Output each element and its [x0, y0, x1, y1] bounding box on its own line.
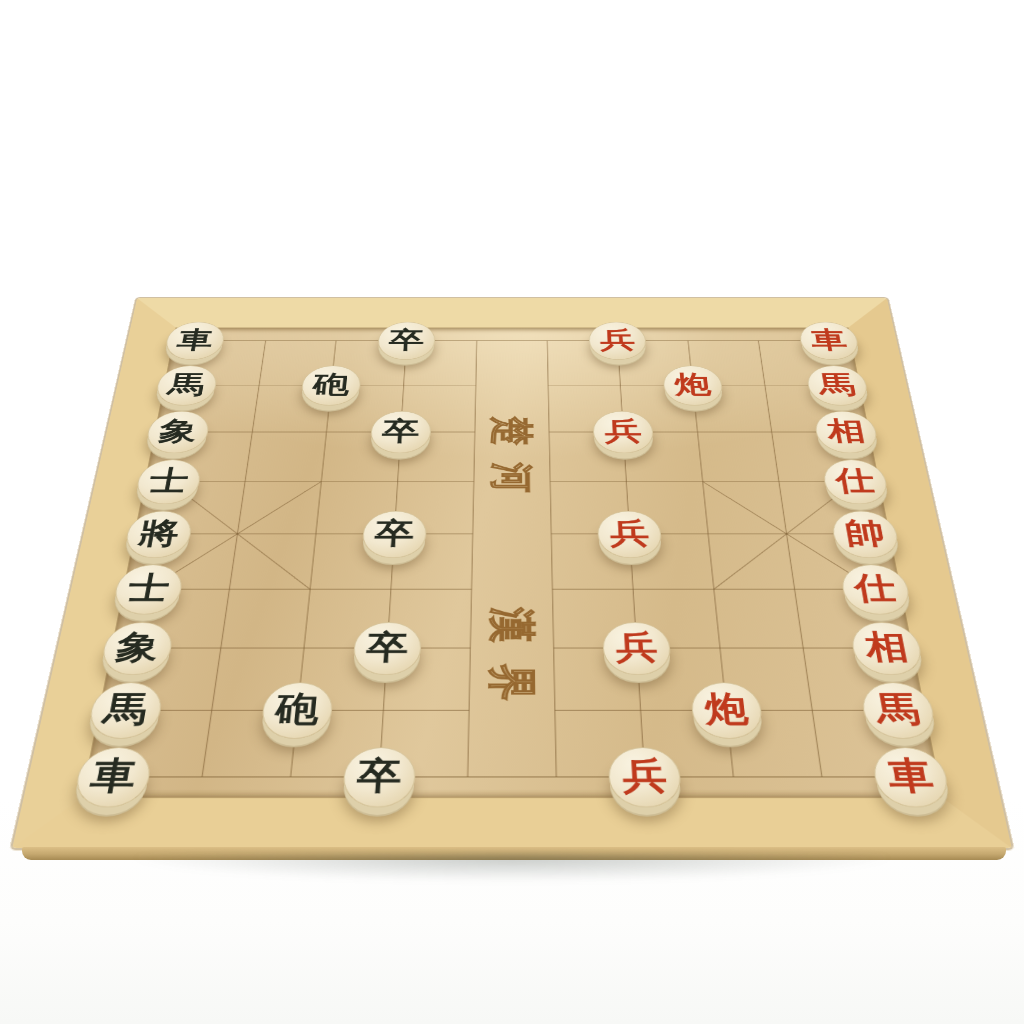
piece-character: 相 [825, 418, 867, 444]
xiangqi-piece-red-車[interactable]: 車 [870, 747, 953, 807]
piece-character: 馬 [817, 372, 858, 397]
xiangqi-piece-red-相[interactable]: 相 [848, 622, 925, 675]
xiangqi-piece-red-兵[interactable]: 兵 [597, 511, 663, 558]
xiangqi-piece-red-相[interactable]: 相 [812, 411, 880, 453]
xiangqi-piece-red-炮[interactable]: 炮 [662, 365, 725, 405]
xiangqi-piece-red-兵[interactable]: 兵 [592, 411, 655, 453]
piece-character: 車 [885, 757, 936, 794]
piece-character: 卒 [356, 757, 403, 794]
xiangqi-piece-black-象[interactable]: 象 [144, 411, 212, 453]
xiangqi-piece-black-馬[interactable]: 馬 [85, 683, 165, 739]
piece-layer: 車馬象士將士象馬車砲砲卒卒卒卒卒兵兵兵兵兵炮炮車馬相仕帥仕相馬車 [113, 341, 910, 777]
xiangqi-piece-black-卒[interactable]: 卒 [341, 747, 416, 807]
piece-character: 卒 [365, 630, 409, 663]
piece-character: 馬 [101, 692, 151, 727]
piece-character: 卒 [374, 518, 415, 547]
piece-character: 將 [137, 518, 182, 547]
xiangqi-piece-black-士[interactable]: 士 [133, 460, 203, 504]
piece-character: 仕 [852, 573, 898, 604]
xiangqi-piece-red-仕[interactable]: 仕 [821, 460, 891, 504]
piece-character: 象 [114, 630, 162, 663]
xiangqi-piece-black-砲[interactable]: 砲 [259, 683, 334, 739]
piece-character: 馬 [166, 372, 207, 397]
piece-character: 士 [147, 467, 190, 495]
piece-character: 兵 [599, 328, 636, 352]
xiangqi-piece-red-車[interactable]: 車 [797, 322, 861, 360]
piece-character: 炮 [673, 372, 712, 397]
xiangqi-piece-red-帥[interactable]: 帥 [829, 511, 901, 558]
piece-character: 相 [862, 630, 910, 663]
piece-character: 兵 [604, 418, 643, 444]
board-shadow [0, 854, 1024, 888]
piece-character: 卒 [381, 418, 420, 444]
piece-character: 仕 [833, 467, 876, 495]
xiangqi-piece-black-卒[interactable]: 卒 [376, 322, 435, 360]
xiangqi-piece-red-炮[interactable]: 炮 [689, 683, 764, 739]
piece-character: 兵 [615, 630, 659, 663]
piece-character: 車 [809, 328, 849, 352]
xiangqi-piece-red-馬[interactable]: 馬 [805, 365, 871, 405]
piece-character: 兵 [609, 518, 650, 547]
piece-character: 馬 [873, 692, 923, 727]
xiangqi-board: 楚河 漢界 車馬象士將士象馬車砲砲卒卒卒卒卒兵兵兵兵兵炮炮車馬相仕帥仕相馬車 [12, 298, 1012, 848]
xiangqi-piece-black-車[interactable]: 車 [71, 747, 154, 807]
piece-character: 炮 [703, 692, 750, 727]
piece-character: 卒 [388, 328, 425, 352]
piece-character: 士 [126, 573, 172, 604]
xiangqi-piece-black-士[interactable]: 士 [111, 565, 186, 615]
xiangqi-piece-black-卒[interactable]: 卒 [351, 622, 422, 675]
xiangqi-piece-black-砲[interactable]: 砲 [300, 365, 363, 405]
xiangqi-piece-red-馬[interactable]: 馬 [859, 683, 939, 739]
xiangqi-piece-black-將[interactable]: 將 [122, 511, 194, 558]
piece-character: 車 [88, 757, 139, 794]
xiangqi-piece-black-卒[interactable]: 卒 [361, 511, 427, 558]
xiangqi-piece-black-象[interactable]: 象 [99, 622, 176, 675]
xiangqi-piece-red-仕[interactable]: 仕 [839, 565, 914, 615]
xiangqi-piece-black-車[interactable]: 車 [163, 322, 227, 360]
board-surface[interactable]: 楚河 漢界 車馬象士將士象馬車砲砲卒卒卒卒卒兵兵兵兵兵炮炮車馬相仕帥仕相馬車 [82, 328, 941, 797]
piece-character: 帥 [843, 518, 888, 547]
xiangqi-piece-red-兵[interactable]: 兵 [602, 622, 673, 675]
piece-character: 兵 [622, 757, 669, 794]
photo-scene: 楚河 漢界 車馬象士將士象馬車砲砲卒卒卒卒卒兵兵兵兵兵炮炮車馬相仕帥仕相馬車 [0, 0, 1024, 1024]
piece-character: 砲 [274, 692, 321, 727]
piece-character: 砲 [312, 372, 351, 397]
piece-character: 象 [157, 418, 199, 444]
xiangqi-piece-red-兵[interactable]: 兵 [608, 747, 683, 807]
xiangqi-piece-black-卒[interactable]: 卒 [369, 411, 432, 453]
xiangqi-piece-black-馬[interactable]: 馬 [154, 365, 220, 405]
piece-character: 車 [175, 328, 215, 352]
